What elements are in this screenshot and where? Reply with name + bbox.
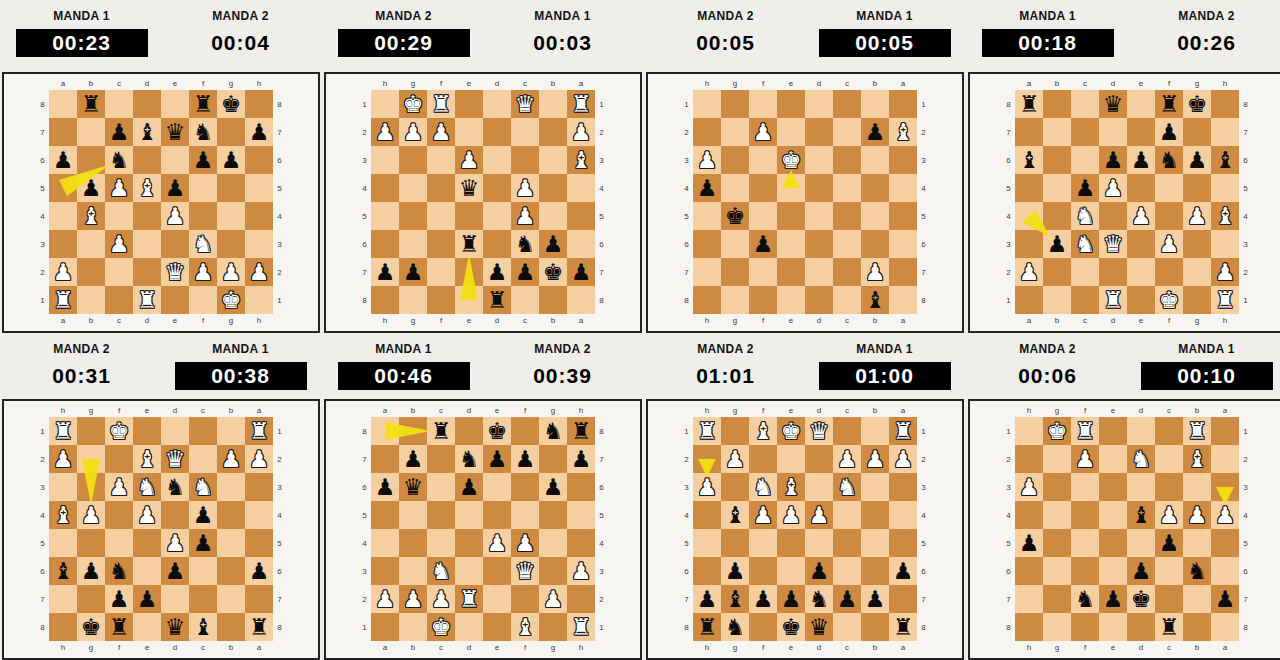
square-a2[interactable]: ♝ — [889, 118, 917, 146]
square-c4[interactable] — [427, 529, 455, 557]
square-h7[interactable]: ♟ — [371, 258, 399, 286]
square-a3[interactable]: ♝ — [567, 146, 595, 174]
square-b2[interactable]: ♟ — [861, 445, 889, 473]
square-a1[interactable]: ♜ — [49, 286, 77, 314]
square-d5[interactable] — [483, 202, 511, 230]
square-f8[interactable] — [749, 613, 777, 641]
square-g2[interactable]: ♟ — [539, 585, 567, 613]
square-h3[interactable]: ♟ — [1015, 473, 1043, 501]
square-a3[interactable] — [889, 473, 917, 501]
square-c7[interactable] — [189, 585, 217, 613]
square-a6[interactable]: ♟ — [889, 557, 917, 585]
square-a2[interactable]: ♟ — [245, 445, 273, 473]
square-g3[interactable] — [1183, 230, 1211, 258]
square-h2[interactable] — [567, 585, 595, 613]
square-b7[interactable] — [1183, 585, 1211, 613]
square-a5[interactable] — [567, 202, 595, 230]
square-a6[interactable]: ♝ — [1015, 146, 1043, 174]
square-h6[interactable] — [693, 557, 721, 585]
square-a2[interactable]: ♟ — [889, 445, 917, 473]
square-d3[interactable] — [455, 557, 483, 585]
square-g7[interactable] — [721, 258, 749, 286]
square-e2[interactable] — [1099, 445, 1127, 473]
square-b4[interactable]: ♟ — [1183, 501, 1211, 529]
square-e7[interactable]: ♟ — [133, 585, 161, 613]
square-b8[interactable] — [539, 286, 567, 314]
square-c3[interactable]: ♟ — [105, 230, 133, 258]
square-e6[interactable] — [777, 557, 805, 585]
square-f8[interactable] — [511, 417, 539, 445]
square-d4[interactable] — [455, 529, 483, 557]
square-d6[interactable]: ♟ — [455, 473, 483, 501]
square-b6[interactable]: ♟ — [539, 230, 567, 258]
square-c6[interactable] — [427, 473, 455, 501]
square-e1[interactable] — [161, 286, 189, 314]
square-e1[interactable] — [455, 90, 483, 118]
square-b3[interactable] — [217, 473, 245, 501]
square-f1[interactable] — [189, 286, 217, 314]
square-a5[interactable] — [889, 529, 917, 557]
square-a3[interactable] — [1211, 473, 1239, 501]
square-e7[interactable]: ♛ — [161, 118, 189, 146]
square-c7[interactable] — [833, 258, 861, 286]
square-h7[interactable] — [1211, 118, 1239, 146]
square-d1[interactable] — [161, 417, 189, 445]
square-g1[interactable]: ♚ — [399, 90, 427, 118]
square-d4[interactable] — [161, 501, 189, 529]
square-e4[interactable]: ♟ — [777, 501, 805, 529]
square-g7[interactable] — [539, 445, 567, 473]
square-f4[interactable] — [1155, 202, 1183, 230]
square-h3[interactable] — [245, 230, 273, 258]
square-d8[interactable] — [455, 417, 483, 445]
square-c1[interactable]: ♚ — [427, 613, 455, 641]
square-d1[interactable] — [805, 90, 833, 118]
square-f2[interactable]: ♟ — [189, 258, 217, 286]
square-h2[interactable]: ♟ — [1211, 258, 1239, 286]
square-f6[interactable] — [511, 473, 539, 501]
square-g1[interactable]: ♚ — [1043, 417, 1071, 445]
square-a4[interactable]: ♟ — [1211, 501, 1239, 529]
square-c4[interactable]: ♞ — [1071, 202, 1099, 230]
square-b8[interactable] — [1043, 90, 1071, 118]
square-a2[interactable]: ♟ — [371, 585, 399, 613]
square-f6[interactable] — [749, 557, 777, 585]
square-e1[interactable] — [1099, 417, 1127, 445]
square-f5[interactable] — [189, 174, 217, 202]
square-c3[interactable]: ♞ — [1071, 230, 1099, 258]
square-a8[interactable]: ♜ — [1015, 90, 1043, 118]
square-g3[interactable] — [217, 230, 245, 258]
square-h7[interactable] — [49, 585, 77, 613]
square-d2[interactable]: ♜ — [455, 585, 483, 613]
square-g4[interactable] — [217, 202, 245, 230]
square-d7[interactable]: ♚ — [1127, 585, 1155, 613]
square-d1[interactable] — [483, 90, 511, 118]
square-f1[interactable]: ♜ — [1071, 417, 1099, 445]
square-g4[interactable] — [721, 174, 749, 202]
square-h4[interactable] — [1015, 501, 1043, 529]
square-a7[interactable] — [1015, 118, 1043, 146]
square-a6[interactable]: ♟ — [371, 473, 399, 501]
square-a5[interactable] — [889, 202, 917, 230]
square-d8[interactable] — [1127, 613, 1155, 641]
square-b1[interactable] — [399, 613, 427, 641]
square-a5[interactable] — [245, 529, 273, 557]
square-g6[interactable] — [1043, 557, 1071, 585]
square-e8[interactable] — [455, 286, 483, 314]
square-c5[interactable]: ♟ — [511, 202, 539, 230]
square-e7[interactable]: ♟ — [777, 585, 805, 613]
square-d2[interactable] — [133, 258, 161, 286]
square-b3[interactable] — [539, 146, 567, 174]
square-h5[interactable] — [245, 174, 273, 202]
square-c2[interactable]: ♟ — [833, 445, 861, 473]
square-a7[interactable] — [371, 445, 399, 473]
square-a1[interactable] — [889, 90, 917, 118]
square-d3[interactable]: ♛ — [1099, 230, 1127, 258]
square-f3[interactable]: ♟ — [1155, 230, 1183, 258]
square-e7[interactable]: ♟ — [1099, 585, 1127, 613]
square-c8[interactable] — [833, 613, 861, 641]
square-f2[interactable] — [749, 445, 777, 473]
square-e5[interactable] — [133, 529, 161, 557]
square-b8[interactable] — [861, 613, 889, 641]
square-c6[interactable] — [1155, 557, 1183, 585]
square-a8[interactable]: ♜ — [245, 613, 273, 641]
square-h1[interactable] — [1015, 417, 1043, 445]
square-d5[interactable] — [805, 202, 833, 230]
square-e8[interactable] — [777, 286, 805, 314]
square-e5[interactable] — [1099, 529, 1127, 557]
square-a3[interactable] — [1015, 230, 1043, 258]
square-g8[interactable]: ♞ — [721, 613, 749, 641]
square-b7[interactable]: ♟ — [861, 258, 889, 286]
square-d6[interactable] — [483, 230, 511, 258]
square-d6[interactable] — [805, 230, 833, 258]
square-h5[interactable] — [693, 202, 721, 230]
square-g6[interactable] — [721, 230, 749, 258]
square-g5[interactable] — [77, 529, 105, 557]
square-a8[interactable] — [889, 286, 917, 314]
square-e6[interactable]: ♟ — [1127, 146, 1155, 174]
square-h3[interactable]: ♟ — [693, 473, 721, 501]
square-b5[interactable] — [399, 501, 427, 529]
square-f3[interactable]: ♛ — [511, 557, 539, 585]
square-f7[interactable] — [749, 258, 777, 286]
square-d1[interactable]: ♜ — [133, 286, 161, 314]
square-h7[interactable]: ♟ — [693, 585, 721, 613]
square-b1[interactable] — [217, 417, 245, 445]
square-b4[interactable] — [399, 529, 427, 557]
square-a7[interactable] — [889, 258, 917, 286]
square-d4[interactable] — [1099, 202, 1127, 230]
square-b7[interactable] — [77, 118, 105, 146]
square-f4[interactable]: ♟ — [749, 501, 777, 529]
square-d1[interactable]: ♛ — [805, 417, 833, 445]
square-b1[interactable]: ♜ — [1183, 417, 1211, 445]
square-g8[interactable] — [721, 286, 749, 314]
square-h8[interactable] — [1211, 90, 1239, 118]
square-e2[interactable]: ♝ — [133, 445, 161, 473]
square-f5[interactable] — [105, 529, 133, 557]
square-b8[interactable]: ♜ — [77, 90, 105, 118]
square-b1[interactable] — [539, 90, 567, 118]
square-g4[interactable]: ♟ — [1183, 202, 1211, 230]
square-h2[interactable]: ♟ — [49, 445, 77, 473]
square-a8[interactable]: ♜ — [889, 613, 917, 641]
square-d6[interactable]: ♟ — [161, 557, 189, 585]
square-c4[interactable] — [833, 174, 861, 202]
square-c8[interactable]: ♜ — [427, 417, 455, 445]
square-h6[interactable] — [567, 473, 595, 501]
square-a8[interactable] — [567, 286, 595, 314]
square-c1[interactable] — [105, 286, 133, 314]
square-f5[interactable] — [749, 202, 777, 230]
square-g6[interactable]: ♟ — [721, 557, 749, 585]
square-e4[interactable]: ♟ — [1127, 202, 1155, 230]
square-a4[interactable] — [245, 501, 273, 529]
square-e8[interactable]: ♚ — [483, 417, 511, 445]
square-e5[interactable] — [483, 501, 511, 529]
square-h5[interactable] — [371, 202, 399, 230]
square-c7[interactable]: ♟ — [833, 585, 861, 613]
square-e3[interactable]: ♞ — [133, 473, 161, 501]
square-g3[interactable] — [721, 473, 749, 501]
square-g5[interactable] — [217, 174, 245, 202]
square-g7[interactable]: ♟ — [399, 258, 427, 286]
square-a5[interactable] — [1015, 174, 1043, 202]
square-f7[interactable]: ♞ — [1071, 585, 1099, 613]
square-f7[interactable]: ♟ — [749, 585, 777, 613]
square-b6[interactable] — [861, 557, 889, 585]
square-a2[interactable] — [1211, 445, 1239, 473]
square-c5[interactable] — [833, 529, 861, 557]
square-h7[interactable]: ♟ — [567, 445, 595, 473]
square-g2[interactable] — [77, 445, 105, 473]
square-g5[interactable] — [721, 529, 749, 557]
square-e8[interactable] — [161, 90, 189, 118]
square-e8[interactable] — [1127, 90, 1155, 118]
square-h4[interactable] — [693, 501, 721, 529]
square-g3[interactable] — [1043, 473, 1071, 501]
square-b7[interactable]: ♟ — [399, 445, 427, 473]
square-b6[interactable] — [861, 230, 889, 258]
square-b4[interactable] — [539, 174, 567, 202]
square-f1[interactable]: ♝ — [511, 613, 539, 641]
square-b8[interactable]: ♝ — [861, 286, 889, 314]
square-b8[interactable] — [1183, 613, 1211, 641]
square-d8[interactable]: ♛ — [805, 613, 833, 641]
square-e3[interactable] — [1099, 473, 1127, 501]
square-g2[interactable]: ♟ — [399, 118, 427, 146]
square-b4[interactable] — [861, 501, 889, 529]
square-d1[interactable] — [455, 613, 483, 641]
square-d6[interactable]: ♟ — [805, 557, 833, 585]
square-b3[interactable] — [77, 230, 105, 258]
square-e3[interactable]: ♚ — [777, 146, 805, 174]
square-h5[interactable] — [49, 529, 77, 557]
square-g1[interactable] — [1183, 286, 1211, 314]
square-d8[interactable] — [133, 90, 161, 118]
square-d7[interactable]: ♞ — [805, 585, 833, 613]
square-f8[interactable] — [749, 286, 777, 314]
square-d3[interactable] — [805, 146, 833, 174]
square-d4[interactable]: ♟ — [805, 501, 833, 529]
square-a1[interactable] — [1211, 417, 1239, 445]
square-c6[interactable] — [833, 230, 861, 258]
square-e5[interactable] — [777, 529, 805, 557]
square-c8[interactable]: ♝ — [189, 613, 217, 641]
square-b3[interactable] — [1183, 473, 1211, 501]
square-a5[interactable] — [371, 501, 399, 529]
square-h6[interactable] — [245, 146, 273, 174]
square-g8[interactable] — [399, 286, 427, 314]
square-h8[interactable] — [693, 286, 721, 314]
square-c7[interactable] — [427, 445, 455, 473]
square-c2[interactable] — [105, 258, 133, 286]
square-h7[interactable] — [1015, 585, 1043, 613]
square-d2[interactable] — [805, 118, 833, 146]
square-c7[interactable]: ♟ — [105, 118, 133, 146]
square-f7[interactable] — [427, 258, 455, 286]
square-f1[interactable]: ♝ — [749, 417, 777, 445]
square-h4[interactable]: ♟ — [693, 174, 721, 202]
square-f5[interactable] — [427, 202, 455, 230]
square-e4[interactable]: ♟ — [483, 529, 511, 557]
square-e8[interactable]: ♚ — [777, 613, 805, 641]
square-g2[interactable]: ♟ — [721, 445, 749, 473]
square-a4[interactable] — [889, 501, 917, 529]
square-c4[interactable] — [105, 202, 133, 230]
square-d7[interactable] — [1099, 118, 1127, 146]
square-h5[interactable] — [1211, 174, 1239, 202]
square-g6[interactable]: ♟ — [539, 473, 567, 501]
square-h1[interactable]: ♜ — [693, 417, 721, 445]
square-b7[interactable] — [1043, 118, 1071, 146]
square-b1[interactable] — [77, 286, 105, 314]
square-h2[interactable] — [693, 445, 721, 473]
square-f8[interactable]: ♜ — [189, 90, 217, 118]
square-d8[interactable]: ♛ — [161, 613, 189, 641]
square-h8[interactable] — [245, 90, 273, 118]
square-b3[interactable] — [861, 146, 889, 174]
square-g8[interactable]: ♚ — [77, 613, 105, 641]
square-a7[interactable] — [245, 585, 273, 613]
square-a6[interactable]: ♟ — [245, 557, 273, 585]
square-a4[interactable] — [49, 202, 77, 230]
square-c4[interactable]: ♟ — [1155, 501, 1183, 529]
square-d7[interactable] — [161, 585, 189, 613]
square-e5[interactable] — [777, 202, 805, 230]
square-b5[interactable] — [1183, 529, 1211, 557]
square-f8[interactable] — [427, 286, 455, 314]
square-g6[interactable]: ♟ — [77, 557, 105, 585]
square-e2[interactable] — [1127, 258, 1155, 286]
square-b3[interactable] — [399, 557, 427, 585]
square-h4[interactable] — [245, 202, 273, 230]
square-d3[interactable] — [1127, 473, 1155, 501]
square-a7[interactable]: ♟ — [1211, 585, 1239, 613]
square-f2[interactable]: ♟ — [427, 118, 455, 146]
square-c4[interactable]: ♟ — [189, 501, 217, 529]
square-f7[interactable]: ♞ — [189, 118, 217, 146]
square-b3[interactable]: ♟ — [1043, 230, 1071, 258]
square-d8[interactable]: ♜ — [483, 286, 511, 314]
square-f5[interactable] — [1155, 174, 1183, 202]
square-f3[interactable] — [427, 146, 455, 174]
square-h8[interactable] — [371, 286, 399, 314]
square-e1[interactable] — [1127, 286, 1155, 314]
square-e7[interactable] — [455, 258, 483, 286]
square-a8[interactable] — [49, 90, 77, 118]
square-f2[interactable]: ♟ — [749, 118, 777, 146]
square-h1[interactable] — [245, 286, 273, 314]
square-c5[interactable]: ♟ — [1071, 174, 1099, 202]
square-g4[interactable]: ♝ — [721, 501, 749, 529]
square-f1[interactable]: ♚ — [105, 417, 133, 445]
square-c8[interactable]: ♜ — [1155, 613, 1183, 641]
square-h8[interactable]: ♜ — [693, 613, 721, 641]
square-b6[interactable] — [77, 146, 105, 174]
square-a3[interactable] — [245, 473, 273, 501]
square-b6[interactable]: ♛ — [399, 473, 427, 501]
square-c6[interactable] — [1071, 146, 1099, 174]
square-b2[interactable]: ♟ — [861, 118, 889, 146]
square-g1[interactable] — [539, 613, 567, 641]
square-d6[interactable] — [133, 146, 161, 174]
square-c6[interactable]: ♞ — [105, 146, 133, 174]
square-h4[interactable] — [371, 174, 399, 202]
square-a1[interactable]: ♜ — [567, 90, 595, 118]
square-e7[interactable] — [1127, 118, 1155, 146]
square-a6[interactable] — [1211, 557, 1239, 585]
square-h2[interactable] — [693, 118, 721, 146]
square-d5[interactable]: ♟ — [1099, 174, 1127, 202]
square-e6[interactable] — [1099, 557, 1127, 585]
square-e6[interactable] — [777, 230, 805, 258]
square-e3[interactable]: ♟ — [455, 146, 483, 174]
square-d2[interactable] — [1099, 258, 1127, 286]
square-e3[interactable] — [1127, 230, 1155, 258]
square-g7[interactable] — [1183, 118, 1211, 146]
square-e2[interactable] — [777, 445, 805, 473]
square-e7[interactable] — [777, 258, 805, 286]
square-c2[interactable] — [1155, 445, 1183, 473]
square-b5[interactable] — [217, 529, 245, 557]
square-h6[interactable] — [371, 230, 399, 258]
square-d2[interactable]: ♛ — [161, 445, 189, 473]
square-a7[interactable]: ♟ — [567, 258, 595, 286]
square-h6[interactable]: ♝ — [49, 557, 77, 585]
square-e4[interactable]: ♟ — [161, 202, 189, 230]
square-b7[interactable]: ♟ — [861, 585, 889, 613]
square-c1[interactable] — [833, 417, 861, 445]
square-d5[interactable]: ♝ — [133, 174, 161, 202]
square-g7[interactable] — [77, 585, 105, 613]
square-f3[interactable]: ♞ — [189, 230, 217, 258]
square-c3[interactable]: ♞ — [427, 557, 455, 585]
square-f2[interactable] — [105, 445, 133, 473]
square-f4[interactable] — [749, 174, 777, 202]
square-f4[interactable] — [105, 501, 133, 529]
square-a3[interactable] — [49, 230, 77, 258]
square-a4[interactable] — [1015, 202, 1043, 230]
square-g4[interactable]: ♟ — [77, 501, 105, 529]
square-e8[interactable] — [1099, 613, 1127, 641]
square-d6[interactable]: ♟ — [1127, 557, 1155, 585]
square-c3[interactable] — [833, 146, 861, 174]
